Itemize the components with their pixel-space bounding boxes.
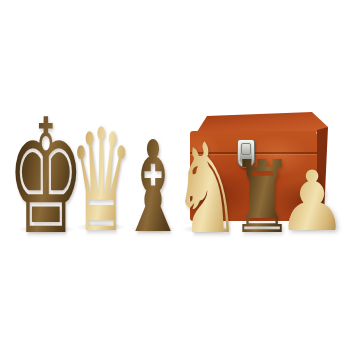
chess-set-product-photo: ♚ ♛ ♝ ♞ ♜ ♟ bbox=[0, 0, 350, 350]
chess-piece-pawn-light: ♟ bbox=[277, 160, 348, 243]
